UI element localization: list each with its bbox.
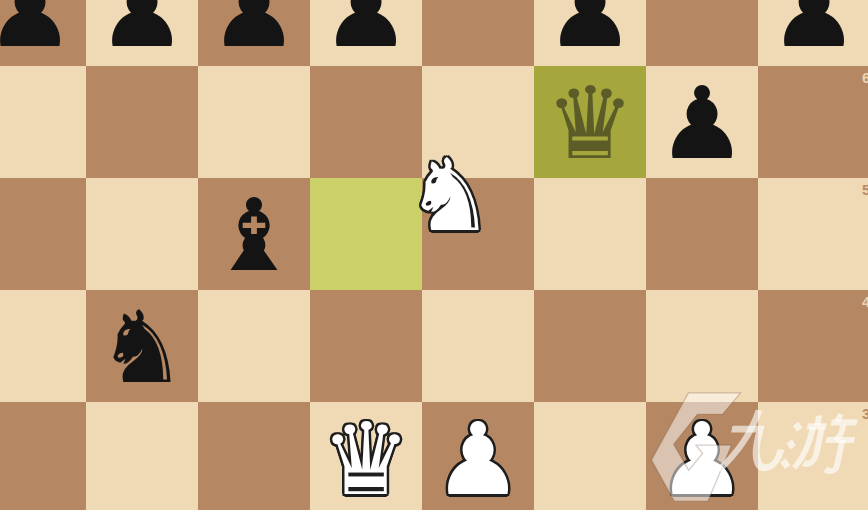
- square-a6[interactable]: [0, 66, 86, 178]
- square-g5[interactable]: [646, 178, 758, 290]
- square-h3[interactable]: [758, 402, 868, 510]
- square-f3[interactable]: [534, 402, 646, 510]
- square-b3[interactable]: [86, 402, 198, 510]
- square-c3[interactable]: [198, 402, 310, 510]
- square-e4[interactable]: [422, 290, 534, 402]
- square-c7[interactable]: ♟: [198, 0, 310, 66]
- rank-label-5: 5: [862, 182, 868, 197]
- square-c5[interactable]: ♝: [198, 178, 310, 290]
- square-f4[interactable]: [534, 290, 646, 402]
- piece-black-bishop-c5[interactable]: ♝: [209, 186, 299, 286]
- square-a7[interactable]: ♟: [0, 0, 86, 66]
- piece-white-pawn-e3[interactable]: ♟: [433, 410, 523, 510]
- piece-black-pawn-h7[interactable]: ♟: [769, 0, 859, 62]
- square-h7[interactable]: ♟: [758, 0, 868, 66]
- square-a4[interactable]: [0, 290, 86, 402]
- square-g7[interactable]: [646, 0, 758, 66]
- square-c4[interactable]: [198, 290, 310, 402]
- piece-black-pawn-d7[interactable]: ♟: [321, 0, 411, 62]
- square-d4[interactable]: [310, 290, 422, 402]
- piece-black-pawn-f7[interactable]: ♟: [545, 0, 635, 62]
- white-knight-glyph: ♞: [405, 146, 495, 246]
- square-h5[interactable]: [758, 178, 868, 290]
- piece-white-queen-d3[interactable]: ♛: [321, 410, 411, 510]
- square-b7[interactable]: ♟: [86, 0, 198, 66]
- square-f5[interactable]: [534, 178, 646, 290]
- square-b5[interactable]: [86, 178, 198, 290]
- square-d7[interactable]: ♟: [310, 0, 422, 66]
- piece-black-queen-f6[interactable]: ♛: [545, 74, 635, 174]
- square-b4[interactable]: ♞: [86, 290, 198, 402]
- square-c6[interactable]: [198, 66, 310, 178]
- rank-label-4: 4: [862, 294, 868, 309]
- piece-black-pawn-c7[interactable]: ♟: [209, 0, 299, 62]
- chessboard-viewport: ♟♟♟♟♟♟♛♟♝♞♛♟♟♞6543: [0, 0, 868, 510]
- square-f7[interactable]: ♟: [534, 0, 646, 66]
- piece-black-pawn-b7[interactable]: ♟: [97, 0, 187, 62]
- piece-black-knight-b4[interactable]: ♞: [97, 298, 187, 398]
- square-h6[interactable]: [758, 66, 868, 178]
- square-h4[interactable]: [758, 290, 868, 402]
- piece-black-pawn-a7[interactable]: ♟: [0, 0, 75, 62]
- piece-white-knight-animating[interactable]: ♞: [394, 138, 506, 250]
- piece-white-pawn-g3[interactable]: ♟: [657, 410, 747, 510]
- square-g6[interactable]: ♟: [646, 66, 758, 178]
- square-a3[interactable]: [0, 402, 86, 510]
- rank-label-6: 6: [862, 70, 868, 85]
- square-d3[interactable]: ♛: [310, 402, 422, 510]
- square-a5[interactable]: [0, 178, 86, 290]
- square-g4[interactable]: [646, 290, 758, 402]
- square-e7[interactable]: [422, 0, 534, 66]
- square-f6[interactable]: ♛: [534, 66, 646, 178]
- square-e3[interactable]: ♟: [422, 402, 534, 510]
- piece-black-pawn-g6[interactable]: ♟: [657, 74, 747, 174]
- square-g3[interactable]: ♟: [646, 402, 758, 510]
- square-b6[interactable]: [86, 66, 198, 178]
- rank-label-3: 3: [862, 406, 868, 421]
- chess-board: ♟♟♟♟♟♟♛♟♝♞♛♟♟♞6543: [0, 0, 868, 510]
